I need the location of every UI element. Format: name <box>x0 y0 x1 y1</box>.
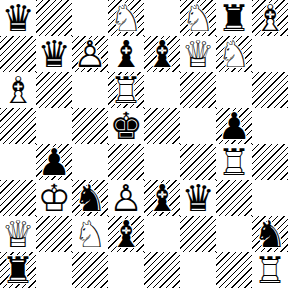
piece-white-knight: ♘ <box>180 0 216 36</box>
square-a6[interactable]: ♝♗ <box>0 72 36 108</box>
square-g1[interactable] <box>216 252 252 288</box>
square-b2[interactable] <box>36 216 72 252</box>
square-e3[interactable]: ♝ <box>144 180 180 216</box>
piece-black-pawn: ♟ <box>216 108 252 144</box>
piece-white-knight: ♘ <box>72 216 108 252</box>
piece-white-bishop: ♗ <box>0 72 36 108</box>
white-king-fill: ♚ <box>36 180 72 216</box>
square-d5[interactable]: ♚ <box>108 108 144 144</box>
chess-board-diagram: ♛♞♘♞♘♜♝♗♛♟♙♝♝♛♕♞♘♝♗♜♖♚♟♟♜♖♚♔♞♟♙♝♛♛♕♞♘♝♞♜… <box>0 0 288 288</box>
square-e5[interactable] <box>144 108 180 144</box>
white-knight-fill: ♞ <box>72 216 108 252</box>
square-b6[interactable] <box>36 72 72 108</box>
square-f2[interactable] <box>180 216 216 252</box>
square-a8[interactable]: ♛ <box>0 0 36 36</box>
chess-board: ♛♞♘♞♘♜♝♗♛♟♙♝♝♛♕♞♘♝♗♜♖♚♟♟♜♖♚♔♞♟♙♝♛♛♕♞♘♝♞♜… <box>0 0 288 288</box>
square-d6[interactable]: ♜♖ <box>108 72 144 108</box>
square-f7[interactable]: ♛♕ <box>180 36 216 72</box>
square-b1[interactable] <box>36 252 72 288</box>
square-h3[interactable] <box>252 180 288 216</box>
square-d1[interactable] <box>108 252 144 288</box>
square-b8[interactable] <box>36 0 72 36</box>
white-queen-fill: ♛ <box>0 216 36 252</box>
square-g5[interactable]: ♟ <box>216 108 252 144</box>
piece-black-rook: ♜ <box>216 0 252 36</box>
piece-white-king: ♔ <box>36 180 72 216</box>
piece-black-bishop: ♝ <box>108 216 144 252</box>
square-d7[interactable]: ♝ <box>108 36 144 72</box>
piece-black-knight: ♞ <box>72 180 108 216</box>
piece-black-queen: ♛ <box>0 0 36 36</box>
white-rook-fill: ♜ <box>252 252 288 288</box>
square-c8[interactable] <box>72 0 108 36</box>
piece-white-rook: ♖ <box>216 144 252 180</box>
square-a4[interactable] <box>0 144 36 180</box>
square-f3[interactable]: ♛ <box>180 180 216 216</box>
square-b5[interactable] <box>36 108 72 144</box>
square-f1[interactable] <box>180 252 216 288</box>
square-g6[interactable] <box>216 72 252 108</box>
square-a1[interactable]: ♜ <box>0 252 36 288</box>
square-h8[interactable]: ♝♗ <box>252 0 288 36</box>
square-c4[interactable] <box>72 144 108 180</box>
square-g4[interactable]: ♜♖ <box>216 144 252 180</box>
square-f5[interactable] <box>180 108 216 144</box>
square-e4[interactable] <box>144 144 180 180</box>
square-e8[interactable] <box>144 0 180 36</box>
piece-black-bishop: ♝ <box>144 36 180 72</box>
square-e6[interactable] <box>144 72 180 108</box>
square-h4[interactable] <box>252 144 288 180</box>
square-h2[interactable]: ♞ <box>252 216 288 252</box>
square-d4[interactable] <box>108 144 144 180</box>
square-a3[interactable] <box>0 180 36 216</box>
piece-white-bishop: ♗ <box>252 0 288 36</box>
white-knight-fill: ♞ <box>180 0 216 36</box>
square-d8[interactable]: ♞♘ <box>108 0 144 36</box>
square-h1[interactable]: ♜♖ <box>252 252 288 288</box>
white-knight-fill: ♞ <box>108 0 144 36</box>
square-b3[interactable]: ♚♔ <box>36 180 72 216</box>
square-b4[interactable]: ♟ <box>36 144 72 180</box>
piece-white-pawn: ♙ <box>72 36 108 72</box>
square-c5[interactable] <box>72 108 108 144</box>
square-e1[interactable] <box>144 252 180 288</box>
white-knight-fill: ♞ <box>216 36 252 72</box>
square-g7[interactable]: ♞♘ <box>216 36 252 72</box>
square-c1[interactable] <box>72 252 108 288</box>
square-h7[interactable] <box>252 36 288 72</box>
square-g3[interactable] <box>216 180 252 216</box>
square-g8[interactable]: ♜ <box>216 0 252 36</box>
piece-white-queen: ♕ <box>0 216 36 252</box>
square-c3[interactable]: ♞ <box>72 180 108 216</box>
piece-black-queen: ♛ <box>36 36 72 72</box>
square-c2[interactable]: ♞♘ <box>72 216 108 252</box>
square-c6[interactable] <box>72 72 108 108</box>
piece-white-knight: ♘ <box>108 0 144 36</box>
white-pawn-fill: ♟ <box>72 36 108 72</box>
square-f6[interactable] <box>180 72 216 108</box>
square-d3[interactable]: ♟♙ <box>108 180 144 216</box>
square-h5[interactable] <box>252 108 288 144</box>
piece-white-rook: ♖ <box>108 72 144 108</box>
square-c7[interactable]: ♟♙ <box>72 36 108 72</box>
piece-black-king: ♚ <box>108 108 144 144</box>
piece-white-rook: ♖ <box>252 252 288 288</box>
square-h6[interactable] <box>252 72 288 108</box>
square-e7[interactable]: ♝ <box>144 36 180 72</box>
piece-white-queen: ♕ <box>180 36 216 72</box>
square-a5[interactable] <box>0 108 36 144</box>
piece-white-pawn: ♙ <box>108 180 144 216</box>
white-rook-fill: ♜ <box>108 72 144 108</box>
piece-black-pawn: ♟ <box>36 144 72 180</box>
square-d2[interactable]: ♝ <box>108 216 144 252</box>
square-g2[interactable] <box>216 216 252 252</box>
white-bishop-fill: ♝ <box>0 72 36 108</box>
piece-black-bishop: ♝ <box>144 180 180 216</box>
white-pawn-fill: ♟ <box>108 180 144 216</box>
square-f4[interactable] <box>180 144 216 180</box>
piece-black-knight: ♞ <box>252 216 288 252</box>
white-queen-fill: ♛ <box>180 36 216 72</box>
white-rook-fill: ♜ <box>216 144 252 180</box>
white-bishop-fill: ♝ <box>252 0 288 36</box>
square-e2[interactable] <box>144 216 180 252</box>
square-f8[interactable]: ♞♘ <box>180 0 216 36</box>
piece-black-bishop: ♝ <box>108 36 144 72</box>
square-b7[interactable]: ♛ <box>36 36 72 72</box>
piece-black-queen: ♛ <box>180 180 216 216</box>
piece-black-rook: ♜ <box>0 252 36 288</box>
square-a7[interactable] <box>0 36 36 72</box>
piece-white-knight: ♘ <box>216 36 252 72</box>
square-a2[interactable]: ♛♕ <box>0 216 36 252</box>
